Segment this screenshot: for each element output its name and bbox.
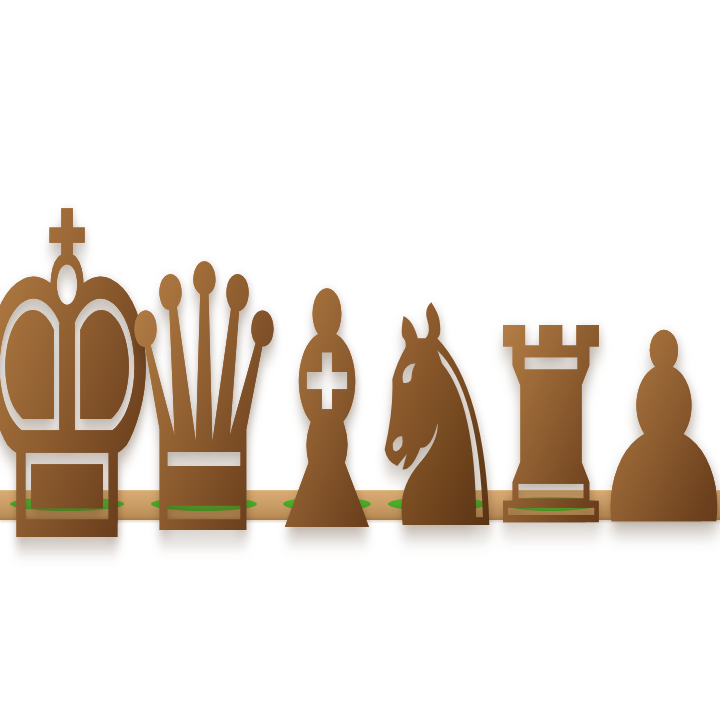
- pawn-piece: ♟: [584, 300, 720, 562]
- chess-set-photo: ♚ ♛ ♝ ♞ ♜ ♟: [0, 0, 720, 720]
